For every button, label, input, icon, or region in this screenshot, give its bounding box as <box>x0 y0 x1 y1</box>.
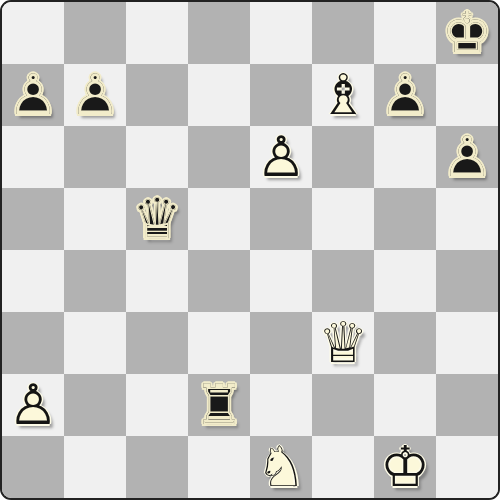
square-d7[interactable] <box>188 64 250 126</box>
square-c5[interactable]: ♛♕ <box>126 188 188 250</box>
square-c1[interactable] <box>126 436 188 498</box>
square-b7[interactable]: ♟♙ <box>64 64 126 126</box>
square-c7[interactable] <box>126 64 188 126</box>
square-e4[interactable] <box>250 250 312 312</box>
square-e5[interactable] <box>250 188 312 250</box>
square-h5[interactable] <box>436 188 498 250</box>
square-f5[interactable] <box>312 188 374 250</box>
square-d3[interactable] <box>188 312 250 374</box>
square-d1[interactable] <box>188 436 250 498</box>
square-h3[interactable] <box>436 312 498 374</box>
square-a1[interactable] <box>2 436 64 498</box>
square-d6[interactable] <box>188 126 250 188</box>
square-g6[interactable] <box>374 126 436 188</box>
bishop-glyph-fill: ♝ <box>312 64 374 126</box>
square-a7[interactable]: ♟♙ <box>2 64 64 126</box>
pawn-glyph-outline: ♙ <box>2 64 64 126</box>
square-h8[interactable]: ♚♔ <box>436 2 498 64</box>
square-b1[interactable] <box>64 436 126 498</box>
square-d2[interactable]: ♜♖ <box>188 374 250 436</box>
square-e3[interactable] <box>250 312 312 374</box>
square-a2[interactable]: ♟♙ <box>2 374 64 436</box>
square-a6[interactable] <box>2 126 64 188</box>
piece-white-king[interactable]: ♚♔ <box>374 436 436 498</box>
pawn-glyph-fill: ♟ <box>436 126 498 188</box>
pawn-glyph-fill: ♟ <box>64 64 126 126</box>
square-a4[interactable] <box>2 250 64 312</box>
square-e1[interactable]: ♞♘ <box>250 436 312 498</box>
square-d8[interactable] <box>188 2 250 64</box>
piece-white-bishop[interactable]: ♝♗ <box>312 64 374 126</box>
pawn-glyph-outline: ♙ <box>64 64 126 126</box>
square-f7[interactable]: ♝♗ <box>312 64 374 126</box>
square-f2[interactable] <box>312 374 374 436</box>
square-f4[interactable] <box>312 250 374 312</box>
piece-black-pawn[interactable]: ♟♙ <box>2 64 64 126</box>
king-glyph-fill: ♚ <box>374 436 436 498</box>
square-b4[interactable] <box>64 250 126 312</box>
knight-glyph-fill: ♞ <box>250 436 312 498</box>
queen-glyph-outline: ♕ <box>126 188 188 250</box>
pawn-glyph-outline: ♙ <box>436 126 498 188</box>
square-d5[interactable] <box>188 188 250 250</box>
queen-glyph-fill: ♛ <box>126 188 188 250</box>
square-e6[interactable]: ♟♙ <box>250 126 312 188</box>
square-e8[interactable] <box>250 2 312 64</box>
pawn-glyph-fill: ♟ <box>2 64 64 126</box>
square-h1[interactable] <box>436 436 498 498</box>
square-b5[interactable] <box>64 188 126 250</box>
square-h4[interactable] <box>436 250 498 312</box>
square-b2[interactable] <box>64 374 126 436</box>
rook-glyph-fill: ♜ <box>188 374 250 436</box>
square-h7[interactable] <box>436 64 498 126</box>
king-glyph-outline: ♔ <box>374 436 436 498</box>
square-d4[interactable] <box>188 250 250 312</box>
piece-white-pawn[interactable]: ♟♙ <box>2 374 64 436</box>
piece-white-queen[interactable]: ♛♕ <box>312 312 374 374</box>
knight-glyph-outline: ♘ <box>250 436 312 498</box>
square-g7[interactable]: ♟♙ <box>374 64 436 126</box>
square-g5[interactable] <box>374 188 436 250</box>
square-c2[interactable] <box>126 374 188 436</box>
king-glyph-outline: ♔ <box>436 2 498 64</box>
king-glyph-fill: ♚ <box>436 2 498 64</box>
square-b8[interactable] <box>64 2 126 64</box>
pawn-glyph-fill: ♟ <box>374 64 436 126</box>
pawn-glyph-fill: ♟ <box>2 374 64 436</box>
square-e7[interactable] <box>250 64 312 126</box>
square-h6[interactable]: ♟♙ <box>436 126 498 188</box>
square-g4[interactable] <box>374 250 436 312</box>
square-e2[interactable] <box>250 374 312 436</box>
square-b3[interactable] <box>64 312 126 374</box>
square-a3[interactable] <box>2 312 64 374</box>
square-g1[interactable]: ♚♔ <box>374 436 436 498</box>
piece-black-pawn[interactable]: ♟♙ <box>374 64 436 126</box>
square-c8[interactable] <box>126 2 188 64</box>
chess-board: ♚♔♟♙♟♙♝♗♟♙♟♙♟♙♛♕♛♕♟♙♜♖♞♘♚♔ <box>0 0 500 500</box>
square-a8[interactable] <box>2 2 64 64</box>
square-g2[interactable] <box>374 374 436 436</box>
square-f1[interactable] <box>312 436 374 498</box>
pawn-glyph-outline: ♙ <box>374 64 436 126</box>
queen-glyph-fill: ♛ <box>312 312 374 374</box>
piece-white-knight[interactable]: ♞♘ <box>250 436 312 498</box>
queen-glyph-outline: ♕ <box>312 312 374 374</box>
square-f6[interactable] <box>312 126 374 188</box>
square-g8[interactable] <box>374 2 436 64</box>
square-c3[interactable] <box>126 312 188 374</box>
pawn-glyph-fill: ♟ <box>250 126 312 188</box>
square-f3[interactable]: ♛♕ <box>312 312 374 374</box>
piece-black-pawn[interactable]: ♟♙ <box>64 64 126 126</box>
piece-white-pawn[interactable]: ♟♙ <box>250 126 312 188</box>
piece-black-rook[interactable]: ♜♖ <box>188 374 250 436</box>
bishop-glyph-outline: ♗ <box>312 64 374 126</box>
square-c6[interactable] <box>126 126 188 188</box>
pawn-glyph-outline: ♙ <box>250 126 312 188</box>
square-f8[interactable] <box>312 2 374 64</box>
rook-glyph-outline: ♖ <box>188 374 250 436</box>
piece-black-king[interactable]: ♚♔ <box>436 2 498 64</box>
piece-black-pawn[interactable]: ♟♙ <box>436 126 498 188</box>
square-c4[interactable] <box>126 250 188 312</box>
pawn-glyph-outline: ♙ <box>2 374 64 436</box>
square-g3[interactable] <box>374 312 436 374</box>
piece-black-queen[interactable]: ♛♕ <box>126 188 188 250</box>
square-h2[interactable] <box>436 374 498 436</box>
square-b6[interactable] <box>64 126 126 188</box>
square-a5[interactable] <box>2 188 64 250</box>
